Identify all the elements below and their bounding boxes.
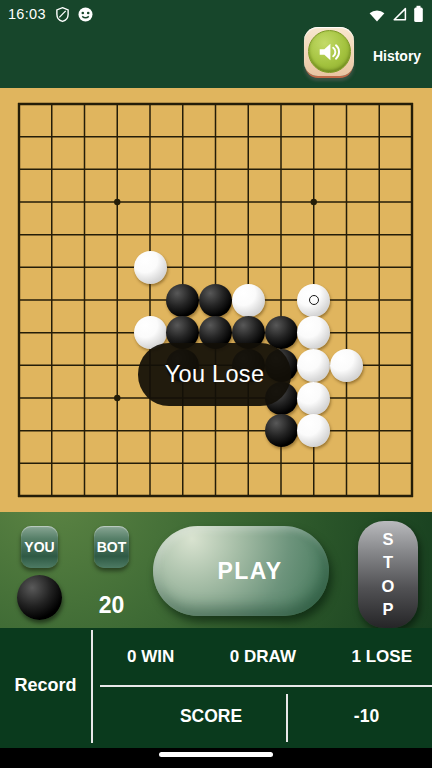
navigation-bar [0, 748, 432, 768]
lose-count: 1 LOSE [352, 647, 412, 667]
stop-button[interactable]: S T O P [358, 521, 418, 628]
result-text: You Lose [165, 361, 265, 388]
stone-white [297, 316, 330, 349]
you-button[interactable]: YOU [21, 526, 58, 568]
stop-letter: P [382, 600, 393, 619]
record-title: Record [0, 628, 91, 743]
bot-level-value: 20 [94, 592, 129, 619]
record-section: Record 0 WIN 0 DRAW 1 LOSE SCORE -10 [0, 628, 432, 748]
bot-button[interactable]: BOT [94, 526, 129, 568]
sound-button[interactable] [304, 27, 354, 76]
status-bar: 16:03 [0, 0, 432, 28]
score-value: -10 [288, 687, 432, 745]
stone-white [134, 251, 167, 284]
wifi-icon [368, 6, 386, 23]
speaker-icon [308, 30, 351, 73]
win-count: 0 WIN [127, 647, 174, 667]
history-button[interactable]: History [366, 48, 428, 64]
clock: 16:03 [8, 6, 46, 22]
cell-signal-icon [391, 6, 408, 22]
battery-icon [413, 5, 424, 23]
stone-white [297, 284, 330, 317]
stone-black [166, 284, 199, 317]
stop-letter: S [382, 530, 393, 549]
stone-white [297, 349, 330, 382]
app-screen: 16:03 [0, 0, 432, 768]
stone-white [297, 382, 330, 415]
draw-count: 0 DRAW [230, 647, 296, 667]
record-stats-row: 0 WIN 0 DRAW 1 LOSE [93, 628, 432, 685]
control-panel: YOU BOT 20 PLAY S T O P [0, 512, 432, 628]
play-button[interactable]: PLAY [153, 526, 329, 616]
stop-letter: O [382, 577, 395, 596]
shield-icon [55, 6, 70, 23]
stone-black [199, 284, 232, 317]
stop-letter: T [383, 553, 393, 572]
gomoku-board[interactable]: You Lose [0, 88, 432, 512]
play-label: PLAY [199, 558, 282, 585]
face-icon [77, 6, 94, 23]
stone-black [265, 414, 298, 447]
result-overlay: You Lose [138, 343, 291, 406]
last-move-marker [309, 295, 319, 305]
stone-white [297, 414, 330, 447]
stone-white [232, 284, 265, 317]
gesture-pill[interactable] [159, 752, 273, 757]
score-label: SCORE [93, 687, 287, 745]
your-stone-indicator [17, 575, 62, 620]
board-grid [3, 88, 429, 512]
stone-white [330, 349, 363, 382]
